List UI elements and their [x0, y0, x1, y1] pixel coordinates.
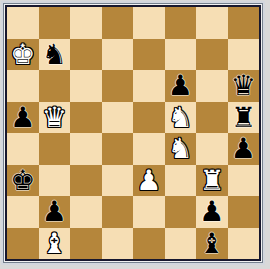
square-c8[interactable] [70, 7, 102, 39]
square-b4[interactable] [39, 133, 71, 165]
square-f7[interactable] [165, 39, 197, 71]
square-f4[interactable]: ♞ [165, 133, 197, 165]
square-g7[interactable] [196, 39, 228, 71]
square-h4[interactable]: ♟ [228, 133, 260, 165]
white-rook[interactable]: ♜ [199, 165, 224, 196]
square-c2[interactable] [70, 196, 102, 228]
square-a6[interactable] [7, 70, 39, 102]
square-d4[interactable] [102, 133, 134, 165]
square-e8[interactable] [133, 7, 165, 39]
black-pawn[interactable]: ♟ [231, 133, 256, 164]
white-knight[interactable]: ♞ [168, 102, 193, 133]
square-d1[interactable] [102, 228, 134, 260]
square-g3[interactable]: ♜ [196, 165, 228, 197]
square-c1[interactable] [70, 228, 102, 260]
square-a4[interactable] [7, 133, 39, 165]
square-b8[interactable] [39, 7, 71, 39]
black-pawn[interactable]: ♟ [168, 70, 193, 101]
square-g6[interactable] [196, 70, 228, 102]
square-h7[interactable] [228, 39, 260, 71]
square-f2[interactable] [165, 196, 197, 228]
square-e3[interactable]: ♟ [133, 165, 165, 197]
square-c5[interactable] [70, 102, 102, 134]
square-c4[interactable] [70, 133, 102, 165]
white-queen[interactable]: ♛ [42, 102, 67, 133]
square-b3[interactable] [39, 165, 71, 197]
white-bishop[interactable]: ♝ [42, 228, 67, 259]
black-queen[interactable]: ♛ [231, 70, 256, 101]
square-e7[interactable] [133, 39, 165, 71]
square-d6[interactable] [102, 70, 134, 102]
white-pawn[interactable]: ♟ [136, 165, 161, 196]
square-e2[interactable] [133, 196, 165, 228]
square-h2[interactable] [228, 196, 260, 228]
board-frame: ♚♞♟♛♟♛♞♜♞♟♚♟♜♟♟♝♝ [1, 1, 265, 265]
square-b7[interactable]: ♞ [39, 39, 71, 71]
square-e5[interactable] [133, 102, 165, 134]
square-e4[interactable] [133, 133, 165, 165]
square-d7[interactable] [102, 39, 134, 71]
square-c7[interactable] [70, 39, 102, 71]
square-h1[interactable] [228, 228, 260, 260]
square-c6[interactable] [70, 70, 102, 102]
square-d2[interactable] [102, 196, 134, 228]
square-c3[interactable] [70, 165, 102, 197]
square-a8[interactable] [7, 7, 39, 39]
square-d5[interactable] [102, 102, 134, 134]
square-h6[interactable]: ♛ [228, 70, 260, 102]
board-frame-line: ♚♞♟♛♟♛♞♜♞♟♚♟♜♟♟♝♝ [3, 3, 263, 263]
board-frame-highlight: ♚♞♟♛♟♛♞♜♞♟♚♟♜♟♟♝♝ [4, 4, 262, 262]
square-d3[interactable] [102, 165, 134, 197]
black-pawn[interactable]: ♟ [199, 196, 224, 227]
square-b5[interactable]: ♛ [39, 102, 71, 134]
square-g2[interactable]: ♟ [196, 196, 228, 228]
square-f3[interactable] [165, 165, 197, 197]
black-bishop[interactable]: ♝ [199, 228, 224, 259]
black-knight[interactable]: ♞ [42, 39, 67, 70]
black-pawn[interactable]: ♟ [10, 102, 35, 133]
square-b2[interactable]: ♟ [39, 196, 71, 228]
white-knight[interactable]: ♞ [168, 133, 193, 164]
black-rook[interactable]: ♜ [231, 102, 256, 133]
square-a1[interactable] [7, 228, 39, 260]
square-b1[interactable]: ♝ [39, 228, 71, 260]
square-a7[interactable]: ♚ [7, 39, 39, 71]
board-frame-inner: ♚♞♟♛♟♛♞♜♞♟♚♟♜♟♟♝♝ [5, 5, 261, 261]
square-f6[interactable]: ♟ [165, 70, 197, 102]
square-a3[interactable]: ♚ [7, 165, 39, 197]
square-f1[interactable] [165, 228, 197, 260]
square-g4[interactable] [196, 133, 228, 165]
square-h5[interactable]: ♜ [228, 102, 260, 134]
square-e6[interactable] [133, 70, 165, 102]
square-h3[interactable] [228, 165, 260, 197]
chess-board: ♚♞♟♛♟♛♞♜♞♟♚♟♜♟♟♝♝ [7, 7, 259, 259]
square-a2[interactable] [7, 196, 39, 228]
square-h8[interactable] [228, 7, 260, 39]
white-king[interactable]: ♚ [10, 39, 35, 70]
black-pawn[interactable]: ♟ [42, 196, 67, 227]
square-g1[interactable]: ♝ [196, 228, 228, 260]
black-king[interactable]: ♚ [10, 165, 35, 196]
square-e1[interactable] [133, 228, 165, 260]
square-f8[interactable] [165, 7, 197, 39]
square-b6[interactable] [39, 70, 71, 102]
square-g5[interactable] [196, 102, 228, 134]
square-f5[interactable]: ♞ [165, 102, 197, 134]
square-g8[interactable] [196, 7, 228, 39]
square-a5[interactable]: ♟ [7, 102, 39, 134]
square-d8[interactable] [102, 7, 134, 39]
